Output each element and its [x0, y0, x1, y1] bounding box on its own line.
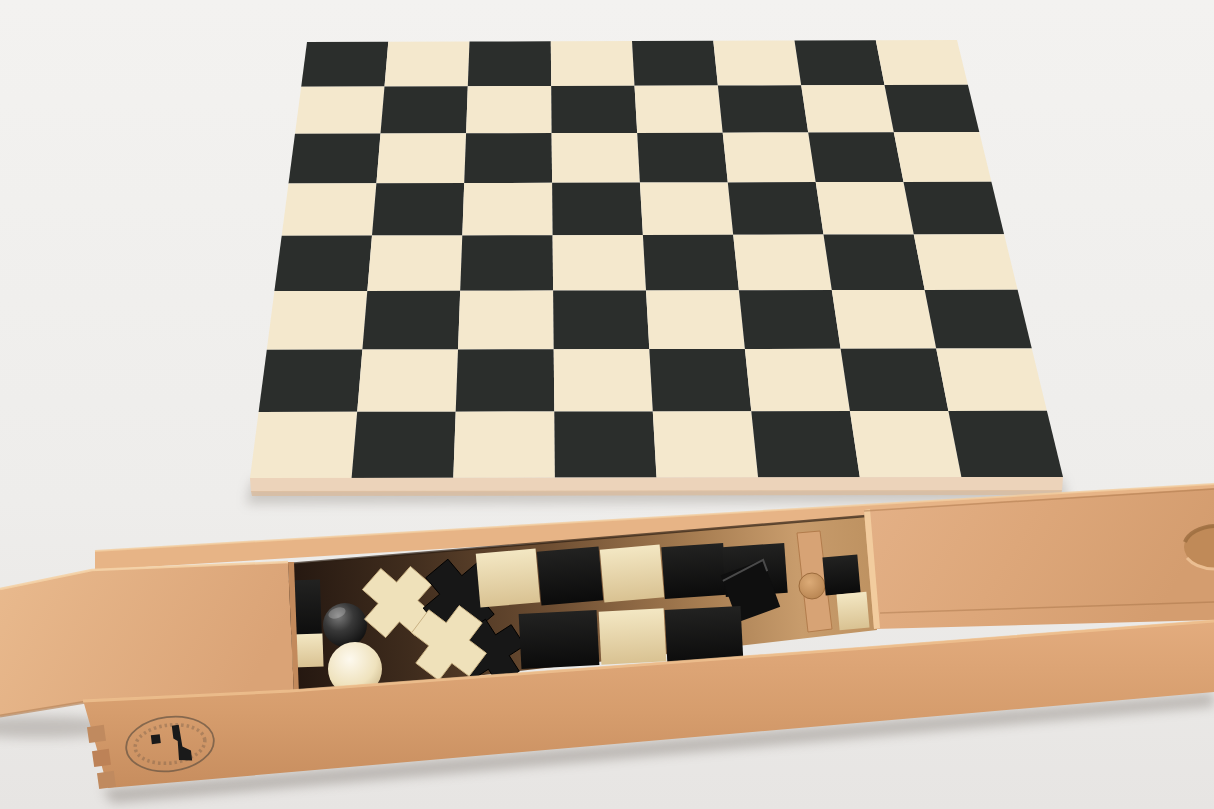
board-square — [376, 133, 466, 183]
stamp-knight-square — [151, 734, 161, 744]
board-square — [362, 291, 460, 350]
board-square — [301, 42, 388, 87]
board-square — [649, 349, 751, 411]
board-square — [816, 182, 914, 235]
board-square — [801, 85, 894, 132]
board-square — [551, 86, 637, 133]
board-square — [295, 87, 385, 134]
board-square — [259, 350, 363, 412]
box-lid — [864, 488, 1214, 629]
board-square — [904, 182, 1005, 235]
finger-joint — [87, 725, 106, 743]
board-square — [385, 42, 470, 87]
board-square — [925, 290, 1032, 349]
board-square — [640, 182, 733, 235]
board-square — [795, 40, 885, 85]
board-square — [733, 235, 832, 291]
board-square — [552, 183, 643, 236]
board-square — [462, 183, 552, 236]
finger-joint — [92, 749, 111, 767]
finger-joint — [97, 771, 116, 789]
board-square — [554, 349, 653, 411]
board-square — [274, 236, 372, 292]
board-square — [464, 133, 552, 183]
board-square — [936, 349, 1047, 411]
board-square — [552, 133, 640, 183]
tray-piece-cube-black — [661, 543, 726, 599]
board-square — [367, 235, 462, 291]
board-square — [885, 85, 980, 132]
board-square — [850, 411, 962, 477]
board-square — [554, 411, 656, 477]
board-square — [894, 132, 992, 182]
board-square — [551, 41, 635, 86]
board-square — [460, 235, 553, 291]
board-side-edge-lower — [251, 490, 1062, 496]
tray-dowel-peg — [799, 573, 825, 599]
board-square — [841, 349, 949, 412]
board-square — [728, 182, 824, 235]
board-square — [745, 349, 850, 411]
board-square — [632, 41, 718, 86]
board-square — [282, 183, 377, 236]
board-square — [713, 41, 801, 86]
board-square — [468, 41, 551, 86]
board-square — [914, 234, 1018, 290]
chess-board — [250, 40, 1063, 478]
board-square — [267, 291, 368, 350]
board-square — [808, 132, 903, 182]
board-square — [739, 290, 841, 349]
board-square — [553, 290, 649, 349]
board-square — [832, 290, 936, 349]
board-square — [643, 235, 739, 291]
board-square — [458, 291, 554, 350]
board-square — [723, 132, 816, 182]
board-square — [372, 183, 464, 236]
board-square — [289, 134, 381, 184]
tray-piece-cube-light — [600, 544, 664, 602]
board-square — [824, 234, 925, 290]
board-square — [456, 349, 555, 411]
board-square — [466, 86, 551, 133]
board-square — [948, 411, 1063, 477]
board-square — [718, 85, 808, 132]
board-square — [646, 290, 745, 349]
product-photo-scene — [0, 0, 1214, 809]
tray-piece-cube-light — [599, 608, 667, 664]
tray-piece-cube-black — [822, 555, 860, 596]
board-square — [637, 133, 728, 183]
board-square — [453, 412, 555, 478]
board-side-edge — [250, 477, 1063, 492]
board-square — [381, 86, 468, 133]
board-square — [635, 86, 723, 133]
board-square — [250, 412, 357, 478]
tray-piece-cube-black — [519, 610, 600, 669]
tray-piece-cube-black — [537, 546, 603, 605]
board-square — [751, 411, 860, 477]
board-square — [876, 40, 968, 85]
board-square — [357, 349, 458, 411]
board-square — [352, 412, 456, 478]
tray-piece-cube-light — [476, 548, 540, 607]
tray-piece-cube-light — [836, 592, 869, 630]
board-square — [553, 235, 646, 291]
board-square — [653, 411, 758, 477]
